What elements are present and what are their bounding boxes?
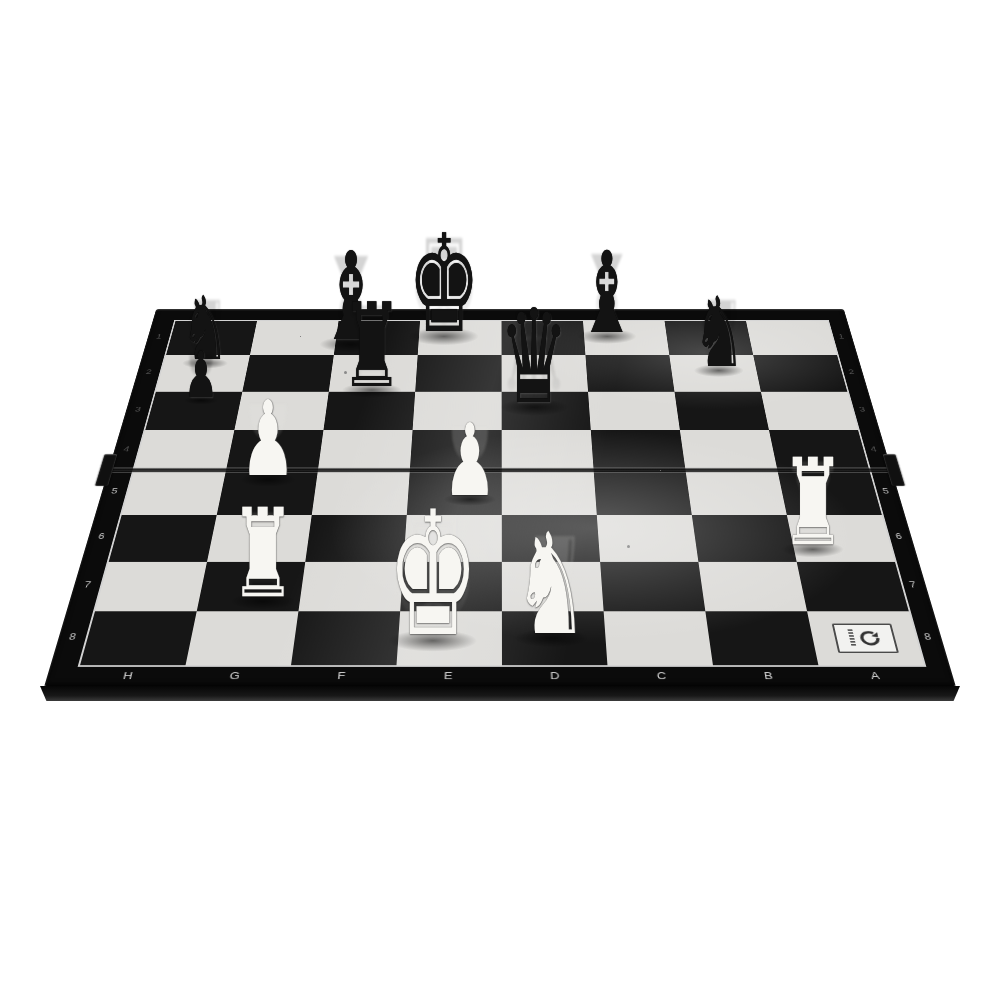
black-rook-glyph: ♜ [341,301,403,391]
file-labels-strip: HGFEDCBA [72,665,931,685]
black-queen-glyph: ♛ [499,307,569,408]
square-a2[interactable] [753,355,847,391]
white-pawn-glyph: ♟ [240,399,296,480]
file-label-D: D [502,665,609,685]
square-b5[interactable] [686,471,787,515]
file-label-C: C [608,665,717,685]
board-front-edge [40,686,960,701]
square-h8[interactable] [80,612,197,666]
square-f4[interactable] [318,430,413,471]
product-photo-canvas: HGFEDCBA 12345678 12345678 ♚♚♛♛♜♜♝♝♝♝♞♞♞… [0,0,1000,1000]
black-knight-glyph: ♞ [693,295,745,371]
board-fold-line [108,467,893,472]
white-rook-glyph: ♜ [781,456,846,550]
square-h7[interactable] [95,561,207,611]
black-bishop-glyph: ♝ [577,249,638,337]
square-a1[interactable] [746,321,837,355]
square-c4[interactable] [591,430,686,471]
square-c7[interactable] [600,561,705,611]
white-rook-glyph: ♜ [230,507,296,602]
square-h5[interactable] [122,471,226,515]
file-label-G: G [180,665,290,685]
white-king-glyph: ♚ [387,508,480,642]
dust-specks [0,0,1,1]
square-b8[interactable] [705,612,818,666]
black-king-glyph: ♚ [408,232,481,337]
brand-logo [831,623,898,653]
square-c6[interactable] [597,515,699,562]
square-f8[interactable] [291,612,400,666]
square-b3[interactable] [674,391,769,430]
square-a3[interactable] [761,391,858,430]
square-c3[interactable] [588,391,680,430]
square-b4[interactable] [680,430,778,471]
square-d4[interactable] [502,430,594,471]
square-h6[interactable] [109,515,217,562]
file-label-A: A [820,665,932,685]
square-a8[interactable] [807,612,924,666]
circular-arrow-icon [854,628,884,647]
file-label-B: B [714,665,824,685]
black-pawn-glyph: ♟ [184,351,218,401]
white-knight-glyph: ♞ [513,530,588,639]
square-h4[interactable] [134,430,234,471]
square-c2[interactable] [585,355,674,391]
file-label-F: F [287,665,396,685]
square-c5[interactable] [594,471,692,515]
square-c8[interactable] [604,612,713,666]
file-label-H: H [72,665,184,685]
